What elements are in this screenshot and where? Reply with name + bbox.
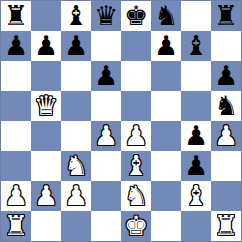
piece-white-king: ♚ (124, 212, 148, 239)
square-a5[interactable] (1, 91, 31, 121)
square-g1[interactable] (181, 211, 211, 241)
square-e5[interactable] (121, 91, 151, 121)
square-h4[interactable]: ♟ (211, 121, 241, 151)
square-e2[interactable]: ♞ (121, 181, 151, 211)
piece-black-king: ♚ (124, 2, 148, 29)
square-b1[interactable] (31, 211, 61, 241)
square-g8[interactable] (181, 1, 211, 31)
piece-black-bishop: ♝ (184, 32, 208, 59)
square-a7[interactable]: ♟ (1, 31, 31, 61)
square-e3[interactable]: ♝ (121, 151, 151, 181)
square-h6[interactable]: ♟ (211, 61, 241, 91)
square-b5[interactable]: ♛ (31, 91, 61, 121)
square-d5[interactable] (91, 91, 121, 121)
piece-black-pawn: ♟ (94, 62, 118, 89)
piece-black-queen: ♛ (94, 2, 118, 29)
square-d3[interactable] (91, 151, 121, 181)
square-c8[interactable]: ♝ (61, 1, 91, 31)
piece-white-pawn: ♟ (34, 182, 58, 209)
piece-white-queen: ♛ (34, 92, 58, 119)
piece-white-rook: ♜ (214, 212, 238, 239)
square-h2[interactable] (211, 181, 241, 211)
square-f2[interactable] (151, 181, 181, 211)
square-a3[interactable] (1, 151, 31, 181)
piece-white-bishop: ♝ (184, 182, 208, 209)
piece-black-pawn: ♟ (184, 152, 208, 179)
square-f1[interactable] (151, 211, 181, 241)
piece-black-pawn: ♟ (64, 32, 88, 59)
square-d7[interactable] (91, 31, 121, 61)
square-e1[interactable]: ♚ (121, 211, 151, 241)
square-h8[interactable]: ♜ (211, 1, 241, 31)
piece-white-knight: ♞ (64, 152, 88, 179)
square-g5[interactable] (181, 91, 211, 121)
piece-white-knight: ♞ (124, 182, 148, 209)
chess-board: ♜♝♛♚♞♜♟♟♟♟♝♟♟♛♞♟♟♟♟♞♝♟♟♟♟♞♝♜♚♜ (0, 0, 242, 242)
piece-black-knight: ♞ (214, 92, 238, 119)
square-f5[interactable] (151, 91, 181, 121)
piece-white-pawn: ♟ (124, 122, 148, 149)
piece-black-pawn: ♟ (184, 122, 208, 149)
square-b8[interactable] (31, 1, 61, 31)
square-h5[interactable]: ♞ (211, 91, 241, 121)
piece-white-pawn: ♟ (214, 122, 238, 149)
square-e4[interactable]: ♟ (121, 121, 151, 151)
square-d1[interactable] (91, 211, 121, 241)
square-c6[interactable] (61, 61, 91, 91)
square-c7[interactable]: ♟ (61, 31, 91, 61)
square-c4[interactable] (61, 121, 91, 151)
square-c2[interactable]: ♟ (61, 181, 91, 211)
square-f3[interactable] (151, 151, 181, 181)
piece-white-rook: ♜ (4, 212, 28, 239)
square-e7[interactable] (121, 31, 151, 61)
piece-black-rook: ♜ (4, 2, 28, 29)
square-b3[interactable] (31, 151, 61, 181)
square-d2[interactable] (91, 181, 121, 211)
square-d4[interactable]: ♟ (91, 121, 121, 151)
piece-black-pawn: ♟ (4, 32, 28, 59)
square-a1[interactable]: ♜ (1, 211, 31, 241)
piece-white-pawn: ♟ (94, 122, 118, 149)
square-a8[interactable]: ♜ (1, 1, 31, 31)
square-e8[interactable]: ♚ (121, 1, 151, 31)
square-g2[interactable]: ♝ (181, 181, 211, 211)
square-f7[interactable]: ♟ (151, 31, 181, 61)
square-c3[interactable]: ♞ (61, 151, 91, 181)
square-g3[interactable]: ♟ (181, 151, 211, 181)
square-b7[interactable]: ♟ (31, 31, 61, 61)
square-b6[interactable] (31, 61, 61, 91)
piece-white-pawn: ♟ (64, 182, 88, 209)
square-c5[interactable] (61, 91, 91, 121)
square-b4[interactable] (31, 121, 61, 151)
square-a6[interactable] (1, 61, 31, 91)
piece-white-bishop: ♝ (124, 152, 148, 179)
square-g7[interactable]: ♝ (181, 31, 211, 61)
square-h7[interactable] (211, 31, 241, 61)
piece-black-rook: ♜ (214, 2, 238, 29)
piece-white-pawn: ♟ (4, 182, 28, 209)
square-h1[interactable]: ♜ (211, 211, 241, 241)
square-f6[interactable] (151, 61, 181, 91)
square-b2[interactable]: ♟ (31, 181, 61, 211)
square-d6[interactable]: ♟ (91, 61, 121, 91)
square-a4[interactable] (1, 121, 31, 151)
square-g4[interactable]: ♟ (181, 121, 211, 151)
piece-black-knight: ♞ (154, 2, 178, 29)
square-h3[interactable] (211, 151, 241, 181)
piece-black-pawn: ♟ (34, 32, 58, 59)
square-f8[interactable]: ♞ (151, 1, 181, 31)
square-c1[interactable] (61, 211, 91, 241)
square-g6[interactable] (181, 61, 211, 91)
square-e6[interactable] (121, 61, 151, 91)
piece-black-pawn: ♟ (214, 62, 238, 89)
piece-black-bishop: ♝ (64, 2, 88, 29)
square-a2[interactable]: ♟ (1, 181, 31, 211)
square-f4[interactable] (151, 121, 181, 151)
square-d8[interactable]: ♛ (91, 1, 121, 31)
piece-black-pawn: ♟ (154, 32, 178, 59)
